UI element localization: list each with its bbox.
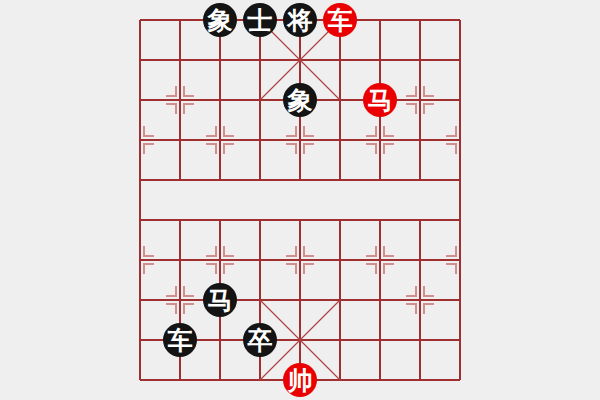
board-point: 马 [360, 80, 400, 120]
board-point: 卒 [240, 320, 280, 360]
board-point: 马 [200, 280, 240, 320]
piece-red-general[interactable]: 帅 [283, 363, 317, 397]
board-point: 帅 [280, 360, 320, 400]
board-point: 象 [200, 0, 240, 40]
board-point: 车 [160, 320, 200, 360]
piece-red-horse[interactable]: 马 [363, 83, 397, 117]
board-point: 车 [320, 0, 360, 40]
piece-black-pawn[interactable]: 卒 [243, 323, 277, 357]
pieces-layer: 象士将车象马马车卒帅 [120, 0, 480, 400]
piece-black-horse[interactable]: 马 [203, 283, 237, 317]
board-point: 象 [280, 80, 320, 120]
piece-black-advisor[interactable]: 士 [243, 3, 277, 37]
piece-red-chariot[interactable]: 车 [323, 3, 357, 37]
piece-black-elephant[interactable]: 象 [203, 3, 237, 37]
piece-black-elephant[interactable]: 象 [283, 83, 317, 117]
xiangqi-board-area: 象士将车象马马车卒帅 [0, 0, 600, 400]
piece-black-general[interactable]: 将 [283, 3, 317, 37]
board-point: 士 [240, 0, 280, 40]
board-point: 将 [280, 0, 320, 40]
piece-black-chariot[interactable]: 车 [163, 323, 197, 357]
